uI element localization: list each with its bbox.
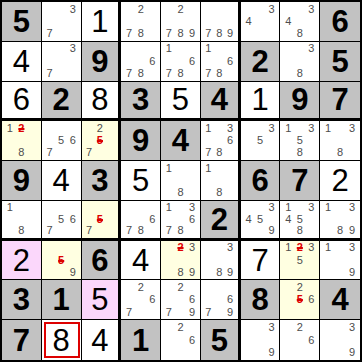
pencil-marks: 789	[201, 2, 238, 41]
empty-candidate-slot	[294, 122, 306, 134]
empty-candidate-slot	[282, 225, 294, 237]
cell-r8c3[interactable]: 5	[82, 280, 122, 320]
empty-candidate-slot	[282, 321, 294, 334]
empty-candidate-slot	[84, 122, 95, 134]
cell-r3c7[interactable]: 1	[241, 82, 281, 122]
candidate-6: 6	[67, 135, 79, 147]
pencil-marks: 38	[280, 42, 319, 81]
cell-r4c7[interactable]: 35	[241, 121, 281, 161]
empty-candidate-slot	[105, 147, 116, 159]
cell-r4c5[interactable]: 4	[161, 121, 201, 161]
empty-candidate-slot	[175, 346, 187, 359]
empty-candidate-slot	[306, 254, 318, 266]
cell-r9c9[interactable]: 39	[320, 320, 360, 360]
candidate-2: 2	[175, 321, 187, 334]
candidate-1: 1	[322, 122, 334, 134]
cell-r2c1[interactable]: 4	[2, 42, 42, 82]
cell-r6c3[interactable]: 57	[82, 201, 122, 241]
struck-candidate-2: 2	[16, 122, 28, 134]
empty-candidate-slot	[203, 187, 214, 199]
empty-candidate-slot	[254, 202, 266, 214]
candidate-2: 2	[94, 122, 105, 134]
empty-candidate-slot	[55, 225, 67, 237]
pencil-marks: 567	[42, 121, 81, 160]
struck-candidate-5: 5	[94, 135, 105, 147]
candidate-8: 8	[294, 67, 306, 79]
empty-candidate-slot	[44, 122, 56, 134]
candidate-7: 7	[123, 67, 135, 79]
cell-r6c1[interactable]: 18	[2, 201, 42, 241]
empty-candidate-slot	[147, 202, 159, 214]
empty-candidate-slot	[282, 67, 294, 79]
empty-candidate-slot	[16, 135, 28, 147]
empty-candidate-slot	[186, 321, 198, 334]
empty-candidate-slot	[27, 225, 39, 237]
pencil-marks: 678	[121, 201, 160, 238]
cell-r2c6[interactable]: 1678	[201, 42, 241, 82]
cell-r5c1[interactable]: 9	[2, 161, 42, 201]
cell-r1c8[interactable]: 348	[280, 2, 320, 42]
struck-candidate-2: 2	[294, 242, 306, 254]
empty-candidate-slot	[254, 346, 266, 359]
empty-candidate-slot	[254, 3, 266, 15]
cell-r1c1[interactable]: 5	[2, 2, 42, 42]
cell-r5c4[interactable]: 5	[121, 161, 161, 201]
empty-candidate-slot	[175, 162, 187, 174]
cell-r7c6[interactable]: 389	[201, 241, 241, 281]
pencil-marks: 2389	[161, 241, 200, 280]
empty-candidate-slot	[4, 135, 16, 147]
candidate-3: 3	[346, 321, 358, 334]
empty-candidate-slot	[135, 15, 147, 27]
empty-candidate-slot	[322, 254, 334, 266]
given-digit: 2	[251, 46, 268, 77]
empty-candidate-slot	[186, 3, 198, 15]
given-digit: 9	[13, 165, 30, 196]
cell-r7c2[interactable]: 59	[42, 241, 82, 281]
empty-candidate-slot	[294, 202, 306, 214]
candidate-9: 9	[266, 225, 278, 237]
candidate-9: 9	[225, 266, 236, 278]
cell-r5c3[interactable]: 3	[82, 161, 122, 201]
cell-r5c7[interactable]: 6	[241, 161, 281, 201]
cell-r4c9[interactable]: 138	[320, 121, 360, 161]
cell-r5c8[interactable]: 7	[280, 161, 320, 201]
cell-r1c3[interactable]: 1	[82, 2, 122, 42]
solved-digit: 1	[251, 84, 268, 115]
empty-candidate-slot	[147, 43, 159, 55]
candidate-6: 6	[225, 135, 236, 147]
cell-r1c4[interactable]: 278	[121, 2, 161, 42]
cell-r5c2[interactable]: 4	[42, 161, 82, 201]
candidate-3: 3	[306, 43, 318, 55]
pencil-marks: 679	[201, 280, 238, 319]
cell-r1c2[interactable]: 37	[42, 2, 82, 42]
cell-r8c8[interactable]: 256	[280, 280, 320, 320]
empty-candidate-slot	[186, 346, 198, 359]
empty-candidate-slot	[225, 281, 236, 293]
solved-digit: 4	[53, 165, 70, 196]
cell-r4c6[interactable]: 13678	[201, 121, 241, 161]
cell-r8c5[interactable]: 2679	[161, 280, 201, 320]
candidate-9: 9	[186, 28, 198, 40]
empty-candidate-slot	[105, 225, 116, 237]
empty-candidate-slot	[254, 321, 266, 334]
empty-candidate-slot	[282, 306, 294, 318]
given-digit: 8	[251, 284, 268, 315]
cell-r9c3[interactable]: 4	[82, 320, 122, 360]
candidate-7: 7	[203, 147, 214, 159]
empty-candidate-slot	[147, 225, 159, 237]
pencil-marks: 3459	[241, 201, 280, 238]
empty-candidate-slot	[322, 266, 334, 278]
given-digit: 6	[251, 165, 268, 196]
candidate-8: 8	[175, 28, 187, 40]
cell-r3c8[interactable]: 9	[280, 82, 320, 122]
empty-candidate-slot	[105, 213, 116, 225]
candidate-9: 9	[186, 266, 198, 278]
empty-candidate-slot	[334, 346, 346, 359]
given-digit: 3	[132, 84, 149, 115]
cell-r3c2[interactable]: 2	[42, 82, 82, 122]
empty-candidate-slot	[225, 147, 236, 159]
empty-candidate-slot	[243, 147, 255, 159]
empty-candidate-slot	[123, 202, 135, 214]
candidate-6: 6	[306, 294, 318, 306]
empty-candidate-slot	[163, 242, 175, 254]
empty-candidate-slot	[322, 225, 334, 237]
cell-r2c4[interactable]: 678	[121, 42, 161, 82]
candidate-6: 6	[186, 55, 198, 67]
candidate-6: 6	[67, 213, 79, 225]
empty-candidate-slot	[186, 225, 198, 237]
empty-candidate-slot	[186, 67, 198, 79]
candidate-7: 7	[44, 67, 56, 79]
cell-r4c2[interactable]: 567	[42, 121, 82, 161]
cell-r3c4[interactable]: 3	[121, 82, 161, 122]
candidate-3: 3	[346, 202, 358, 214]
cell-r7c3[interactable]: 6	[82, 241, 122, 281]
empty-candidate-slot	[94, 202, 105, 214]
cell-r1c7[interactable]: 34	[241, 2, 281, 42]
cell-r6c9[interactable]: 1389	[320, 201, 360, 241]
cell-r2c2[interactable]: 37	[42, 42, 82, 82]
empty-candidate-slot	[67, 122, 79, 134]
candidate-1: 1	[4, 202, 16, 214]
empty-candidate-slot	[306, 321, 318, 334]
cell-r8c1[interactable]: 3	[2, 280, 42, 320]
pencil-marks: 13678	[161, 201, 200, 238]
cell-r3c9[interactable]: 7	[320, 82, 360, 122]
cell-r9c7[interactable]: 39	[241, 320, 281, 360]
empty-candidate-slot	[44, 254, 56, 266]
empty-candidate-slot	[186, 254, 198, 266]
empty-candidate-slot	[44, 15, 56, 27]
cell-r5c9[interactable]: 2	[320, 161, 360, 201]
empty-candidate-slot	[294, 306, 306, 318]
empty-candidate-slot	[282, 43, 294, 55]
cell-r9c5[interactable]: 26	[161, 320, 201, 360]
candidate-7: 7	[123, 28, 135, 40]
empty-candidate-slot	[306, 281, 318, 293]
candidate-7: 7	[44, 147, 56, 159]
empty-candidate-slot	[67, 67, 79, 79]
empty-candidate-slot	[147, 3, 159, 15]
empty-candidate-slot	[55, 43, 67, 55]
empty-candidate-slot	[282, 55, 294, 67]
empty-candidate-slot	[175, 174, 187, 186]
empty-candidate-slot	[203, 294, 214, 306]
candidate-6: 6	[147, 55, 159, 67]
empty-candidate-slot	[163, 15, 175, 27]
cell-r4c8[interactable]: 1358	[280, 121, 320, 161]
empty-candidate-slot	[306, 15, 318, 27]
empty-candidate-slot	[294, 55, 306, 67]
solved-digit: 7	[251, 245, 268, 276]
empty-candidate-slot	[67, 15, 79, 27]
empty-candidate-slot	[214, 242, 225, 254]
candidate-8: 8	[16, 147, 28, 159]
empty-candidate-slot	[84, 202, 95, 214]
pencil-marks: 1389	[320, 201, 360, 238]
candidate-4: 4	[282, 15, 294, 27]
empty-candidate-slot	[16, 202, 28, 214]
cell-r9c8[interactable]: 26	[280, 320, 320, 360]
candidate-1: 1	[163, 162, 175, 174]
pencil-marks: 257	[82, 121, 119, 160]
cell-r9c6[interactable]: 5	[201, 320, 241, 360]
cell-r6c6[interactable]: 2	[201, 201, 241, 241]
empty-candidate-slot	[105, 122, 116, 134]
empty-candidate-slot	[322, 135, 334, 147]
cell-r3c3[interactable]: 8	[82, 82, 122, 122]
candidate-7: 7	[123, 306, 135, 318]
cell-r4c3[interactable]: 257	[82, 121, 122, 161]
empty-candidate-slot	[44, 242, 56, 254]
cell-r5c5[interactable]: 18	[161, 161, 201, 201]
given-digit: 7	[291, 165, 308, 196]
empty-candidate-slot	[346, 147, 358, 159]
empty-candidate-slot	[322, 321, 334, 334]
empty-candidate-slot	[186, 15, 198, 27]
empty-candidate-slot	[306, 306, 318, 318]
cell-r1c6[interactable]: 789	[201, 2, 241, 42]
empty-candidate-slot	[44, 55, 56, 67]
cell-r4c4[interactable]: 9	[121, 121, 161, 161]
candidate-6: 6	[186, 334, 198, 347]
empty-candidate-slot	[334, 122, 346, 134]
candidate-8: 8	[135, 67, 147, 79]
cell-r6c2[interactable]: 567	[42, 201, 82, 241]
cell-r7c7[interactable]: 7	[241, 241, 281, 281]
empty-candidate-slot	[186, 162, 198, 174]
candidate-8: 8	[214, 147, 225, 159]
empty-candidate-slot	[44, 43, 56, 55]
empty-candidate-slot	[334, 242, 346, 254]
empty-candidate-slot	[4, 213, 16, 225]
cell-r9c1[interactable]: 7	[2, 320, 42, 360]
candidate-1: 1	[282, 242, 294, 254]
empty-candidate-slot	[27, 202, 39, 214]
empty-candidate-slot	[214, 281, 225, 293]
empty-candidate-slot	[254, 122, 266, 134]
empty-candidate-slot	[334, 254, 346, 266]
candidate-7: 7	[163, 67, 175, 79]
candidate-3: 3	[346, 122, 358, 134]
candidate-8: 8	[175, 266, 187, 278]
empty-candidate-slot	[123, 213, 135, 225]
candidate-3: 3	[266, 202, 278, 214]
empty-candidate-slot	[294, 3, 306, 15]
candidate-1: 1	[282, 122, 294, 134]
cell-r8c9[interactable]: 4	[320, 280, 360, 320]
candidate-3: 3	[306, 242, 318, 254]
pencil-marks: 278	[121, 2, 160, 41]
empty-candidate-slot	[186, 43, 198, 55]
empty-candidate-slot	[175, 294, 187, 306]
pencil-marks: 138	[320, 121, 360, 160]
cell-r8c7[interactable]: 8	[241, 280, 281, 320]
candidate-5: 5	[254, 135, 266, 147]
empty-candidate-slot	[135, 306, 147, 318]
empty-candidate-slot	[186, 281, 198, 293]
cell-r6c8[interactable]: 13458	[280, 201, 320, 241]
given-digit: 6	[91, 245, 108, 276]
empty-candidate-slot	[334, 266, 346, 278]
candidate-8: 8	[334, 147, 346, 159]
candidate-1: 1	[4, 122, 16, 134]
candidate-8: 8	[135, 225, 147, 237]
empty-candidate-slot	[135, 294, 147, 306]
empty-candidate-slot	[163, 294, 175, 306]
empty-candidate-slot	[27, 135, 39, 147]
cell-r8c6[interactable]: 679	[201, 280, 241, 320]
empty-candidate-slot	[214, 162, 225, 174]
empty-candidate-slot	[175, 55, 187, 67]
empty-candidate-slot	[322, 147, 334, 159]
cell-r1c5[interactable]: 2789	[161, 2, 201, 42]
empty-candidate-slot	[334, 213, 346, 225]
candidate-7: 7	[203, 67, 214, 79]
pencil-marks: 39	[241, 320, 280, 360]
pencil-marks: 267	[121, 280, 160, 319]
empty-candidate-slot	[243, 28, 255, 40]
candidate-8: 8	[135, 28, 147, 40]
candidate-3: 3	[186, 242, 198, 254]
cell-r7c8[interactable]: 1235	[280, 241, 320, 281]
empty-candidate-slot	[225, 174, 236, 186]
candidate-7: 7	[163, 225, 175, 237]
empty-candidate-slot	[243, 202, 255, 214]
cell-r3c1[interactable]: 6	[2, 82, 42, 122]
cell-r2c5[interactable]: 1678	[161, 42, 201, 82]
cell-r3c6[interactable]: 4	[201, 82, 241, 122]
cell-r7c1[interactable]: 2	[2, 241, 42, 281]
solved-digit: 1	[91, 6, 108, 37]
given-digit: 7	[13, 325, 30, 356]
empty-candidate-slot	[163, 55, 175, 67]
cell-r3c5[interactable]: 5	[161, 82, 201, 122]
candidate-1: 1	[163, 43, 175, 55]
empty-candidate-slot	[214, 135, 225, 147]
candidate-9: 9	[346, 346, 358, 359]
empty-candidate-slot	[306, 67, 318, 79]
empty-candidate-slot	[214, 55, 225, 67]
cell-r4c1[interactable]: 128	[2, 121, 42, 161]
cell-r7c4[interactable]: 4	[121, 241, 161, 281]
empty-candidate-slot	[282, 135, 294, 147]
given-digit: 3	[13, 284, 30, 315]
given-digit: 2	[53, 84, 70, 115]
empty-candidate-slot	[203, 15, 214, 27]
candidate-8: 8	[16, 225, 28, 237]
candidate-7: 7	[163, 28, 175, 40]
cell-r9c4[interactable]: 1	[121, 320, 161, 360]
cell-r2c3[interactable]: 9	[82, 42, 122, 82]
candidate-2: 2	[294, 321, 306, 334]
empty-candidate-slot	[55, 55, 67, 67]
candidate-6: 6	[225, 55, 236, 67]
empty-candidate-slot	[214, 43, 225, 55]
pencil-marks: 18	[2, 201, 41, 238]
empty-candidate-slot	[225, 43, 236, 55]
cell-r9c2[interactable]: 8	[42, 320, 82, 360]
empty-candidate-slot	[67, 55, 79, 67]
candidate-8: 8	[214, 67, 225, 79]
cell-r8c4[interactable]: 267	[121, 280, 161, 320]
cell-r6c5[interactable]: 13678	[161, 201, 201, 241]
candidate-8: 8	[294, 225, 306, 237]
empty-candidate-slot	[266, 135, 278, 147]
pencil-marks: 35	[241, 121, 280, 160]
empty-candidate-slot	[334, 321, 346, 334]
empty-candidate-slot	[294, 334, 306, 347]
cell-r7c9[interactable]: 139	[320, 241, 360, 281]
candidate-7: 7	[44, 225, 56, 237]
cell-r6c7[interactable]: 3459	[241, 201, 281, 241]
candidate-8: 8	[175, 187, 187, 199]
empty-candidate-slot	[67, 225, 79, 237]
empty-candidate-slot	[334, 334, 346, 347]
candidate-8: 8	[214, 187, 225, 199]
empty-candidate-slot	[243, 334, 255, 347]
empty-candidate-slot	[44, 213, 56, 225]
candidate-8: 8	[175, 67, 187, 79]
empty-candidate-slot	[282, 3, 294, 15]
empty-candidate-slot	[334, 135, 346, 147]
cell-r6c4[interactable]: 678	[121, 201, 161, 241]
given-digit: 1	[132, 325, 149, 356]
cell-r1c9[interactable]: 6	[320, 2, 360, 42]
candidate-2: 2	[175, 3, 187, 15]
cell-r2c8[interactable]: 38	[280, 42, 320, 82]
candidate-4: 4	[243, 213, 255, 225]
candidate-3: 3	[225, 122, 236, 134]
pencil-marks: 678	[121, 42, 160, 81]
empty-candidate-slot	[55, 15, 67, 27]
cell-r2c9[interactable]: 5	[320, 42, 360, 82]
candidate-6: 6	[186, 294, 198, 306]
empty-candidate-slot	[203, 266, 214, 278]
cell-r2c7[interactable]: 2	[241, 42, 281, 82]
candidate-5: 5	[55, 213, 67, 225]
cell-r8c2[interactable]: 1	[42, 280, 82, 320]
given-digit: 6	[331, 6, 348, 37]
cell-r7c5[interactable]: 2389	[161, 241, 201, 281]
candidate-3: 3	[266, 122, 278, 134]
pencil-marks: 567	[42, 201, 81, 238]
cell-r5c6[interactable]: 18	[201, 161, 241, 201]
